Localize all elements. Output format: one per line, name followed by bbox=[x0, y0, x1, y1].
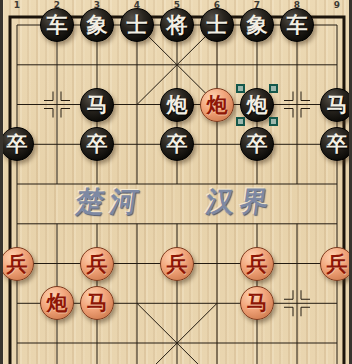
piece-glyph: 卒 bbox=[7, 127, 28, 161]
selection-corner bbox=[269, 84, 278, 93]
xiangqi-app-window: 123456789 楚河 汉界 车象士将士象车马炮炮炮马卒卒卒卒卒兵兵兵兵兵炮马… bbox=[0, 0, 352, 364]
piece-black-elephant[interactable]: 象 bbox=[80, 8, 114, 42]
piece-glyph: 兵 bbox=[247, 247, 268, 281]
piece-black-chariot[interactable]: 车 bbox=[40, 8, 74, 42]
piece-glyph: 车 bbox=[47, 8, 68, 42]
piece-black-horse[interactable]: 马 bbox=[320, 88, 352, 122]
piece-red-soldier[interactable]: 兵 bbox=[240, 247, 274, 281]
piece-glyph: 象 bbox=[247, 8, 268, 42]
piece-glyph: 士 bbox=[207, 8, 228, 42]
file-label-9: 9 bbox=[331, 0, 343, 10]
piece-black-soldier[interactable]: 卒 bbox=[240, 127, 274, 161]
piece-red-soldier[interactable]: 兵 bbox=[160, 247, 194, 281]
piece-glyph: 卒 bbox=[167, 127, 188, 161]
piece-glyph: 炮 bbox=[47, 286, 68, 320]
piece-black-soldier[interactable]: 卒 bbox=[0, 127, 34, 161]
piece-red-horse[interactable]: 马 bbox=[240, 286, 274, 320]
selection-corner bbox=[236, 84, 245, 93]
piece-black-horse[interactable]: 马 bbox=[80, 88, 114, 122]
piece-black-soldier[interactable]: 卒 bbox=[80, 127, 114, 161]
window-frame-left bbox=[0, 0, 3, 364]
piece-glyph: 兵 bbox=[327, 247, 348, 281]
piece-glyph: 卒 bbox=[247, 127, 268, 161]
piece-glyph: 兵 bbox=[167, 247, 188, 281]
piece-glyph: 马 bbox=[87, 88, 108, 122]
piece-glyph: 炮 bbox=[207, 88, 228, 122]
piece-glyph: 卒 bbox=[327, 127, 348, 161]
piece-glyph: 车 bbox=[287, 8, 308, 42]
piece-glyph: 马 bbox=[87, 286, 108, 320]
piece-glyph: 兵 bbox=[87, 247, 108, 281]
piece-glyph: 马 bbox=[247, 286, 268, 320]
piece-black-soldier[interactable]: 卒 bbox=[160, 127, 194, 161]
piece-red-cannon[interactable]: 炮 bbox=[200, 88, 234, 122]
piece-black-soldier[interactable]: 卒 bbox=[320, 127, 352, 161]
piece-red-cannon[interactable]: 炮 bbox=[40, 286, 74, 320]
selection-corner bbox=[236, 117, 245, 126]
river-label-chuhe: 楚河 bbox=[53, 186, 168, 220]
piece-red-soldier[interactable]: 兵 bbox=[80, 247, 114, 281]
selection-highlight bbox=[236, 84, 278, 126]
selection-corner bbox=[269, 117, 278, 126]
piece-black-elephant[interactable]: 象 bbox=[240, 8, 274, 42]
river-label-hanjie: 汉界 bbox=[183, 186, 298, 220]
piece-red-horse[interactable]: 马 bbox=[80, 286, 114, 320]
piece-glyph: 兵 bbox=[7, 247, 28, 281]
piece-glyph: 将 bbox=[167, 8, 188, 42]
piece-glyph: 马 bbox=[327, 88, 348, 122]
piece-black-chariot[interactable]: 车 bbox=[280, 8, 314, 42]
piece-black-general[interactable]: 将 bbox=[160, 8, 194, 42]
piece-glyph: 士 bbox=[127, 8, 148, 42]
piece-red-soldier[interactable]: 兵 bbox=[320, 247, 352, 281]
piece-black-advisor[interactable]: 士 bbox=[200, 8, 234, 42]
piece-red-soldier[interactable]: 兵 bbox=[0, 247, 34, 281]
piece-glyph: 象 bbox=[87, 8, 108, 42]
piece-black-cannon[interactable]: 炮 bbox=[160, 88, 194, 122]
piece-glyph: 卒 bbox=[87, 127, 108, 161]
piece-glyph: 炮 bbox=[167, 88, 188, 122]
piece-black-advisor[interactable]: 士 bbox=[120, 8, 154, 42]
file-label-1: 1 bbox=[11, 0, 23, 10]
